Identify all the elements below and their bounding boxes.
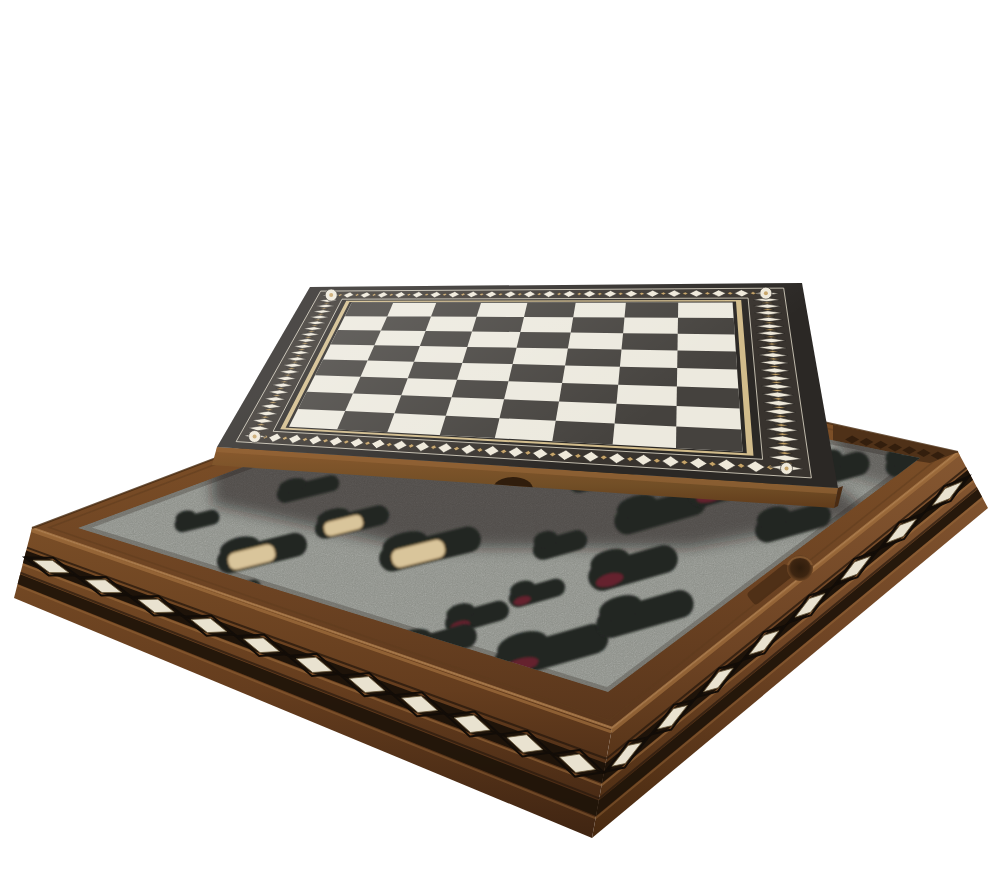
chess-set-scene	[0, 0, 1000, 869]
finger-notch-case	[787, 555, 813, 581]
product-photo-chess-set	[0, 0, 1000, 869]
